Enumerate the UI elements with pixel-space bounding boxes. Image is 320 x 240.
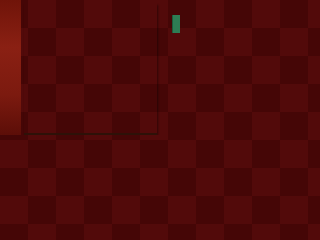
- background-left-strip: [0, 0, 21, 135]
- right-panel-fragment: [172, 15, 180, 33]
- chess-board: [24, 2, 157, 133]
